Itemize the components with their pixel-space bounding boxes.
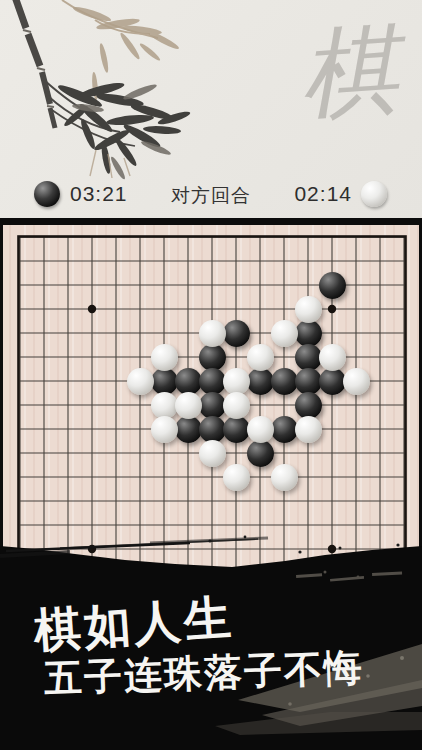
- black-stone: [223, 416, 250, 443]
- black-stone: [199, 344, 226, 371]
- white-stone: [223, 368, 250, 395]
- white-stone: [319, 344, 346, 371]
- black-stone: [247, 440, 274, 467]
- white-stone: [151, 344, 178, 371]
- black-stone: [247, 368, 274, 395]
- status-bar: 03:21 对方回合 02:14: [0, 170, 422, 218]
- black-stone: [199, 368, 226, 395]
- black-stone: [199, 416, 226, 443]
- white-stone: [199, 320, 226, 347]
- white-stone: [151, 416, 178, 443]
- white-stone: [295, 296, 322, 323]
- black-stone: [319, 272, 346, 299]
- black-stone: [295, 320, 322, 347]
- black-stone: [199, 392, 226, 419]
- black-stone: [319, 368, 346, 395]
- calligraphy-line-2: 五子连珠落子不悔: [43, 642, 365, 704]
- white-stone: [271, 320, 298, 347]
- white-timer: 02:14: [294, 182, 352, 206]
- black-stone: [175, 416, 202, 443]
- turn-indicator: 对方回合: [0, 183, 422, 209]
- header: 棋 03:21 对方回合 02:14: [0, 0, 422, 218]
- white-stone: [127, 368, 154, 395]
- black-stone: [271, 368, 298, 395]
- black-stone: [175, 368, 202, 395]
- black-stone: [295, 368, 322, 395]
- white-stone: [247, 344, 274, 371]
- white-stone: [247, 416, 274, 443]
- white-stone: [199, 440, 226, 467]
- white-stone: [223, 464, 250, 491]
- black-stone: [223, 320, 250, 347]
- white-stone: [175, 392, 202, 419]
- white-stone-icon: [361, 181, 387, 207]
- white-stone: [343, 368, 370, 395]
- board-section: [0, 218, 422, 600]
- gomoku-board[interactable]: [8, 225, 416, 585]
- white-stone: [271, 464, 298, 491]
- black-stone: [151, 368, 178, 395]
- white-stone: [295, 416, 322, 443]
- black-stone: [271, 416, 298, 443]
- white-stone: [151, 392, 178, 419]
- white-stone: [223, 392, 250, 419]
- bamboo-ink-painting: [0, 0, 215, 180]
- black-stone: [295, 392, 322, 419]
- qi-watermark: 棋: [283, 4, 414, 152]
- black-stone: [295, 344, 322, 371]
- app-screen: 棋 03:21 对方回合 02:14: [0, 0, 422, 750]
